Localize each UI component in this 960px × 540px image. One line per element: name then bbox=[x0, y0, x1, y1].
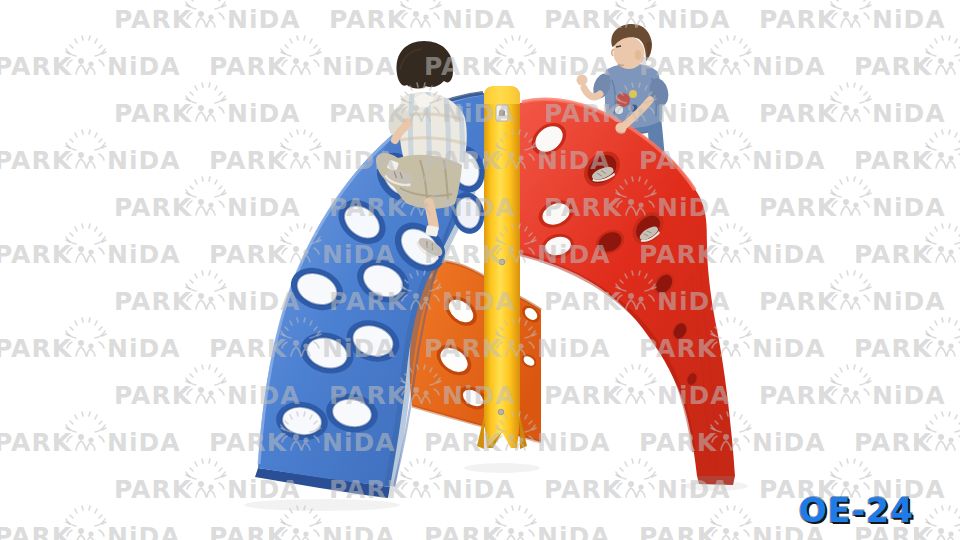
watermark-layer bbox=[0, 0, 960, 540]
product-photo: PARK NiDA bbox=[0, 0, 960, 540]
product-code: OE-24 bbox=[799, 491, 914, 530]
